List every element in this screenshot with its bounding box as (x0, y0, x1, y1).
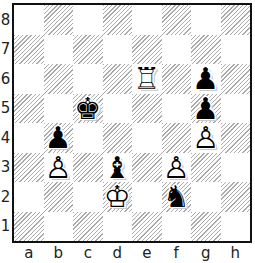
square-g2 (191, 182, 221, 212)
black-knight: ♞ (162, 182, 192, 212)
rank-label-8: 8 (0, 5, 11, 35)
square-b7 (44, 35, 74, 65)
black-king-glyph: ♚ (73, 94, 103, 124)
white-pawn-outline: ♙ (191, 123, 221, 153)
square-h3 (221, 153, 251, 183)
square-a7 (14, 35, 44, 65)
square-e6: ♜♖ (132, 64, 162, 94)
square-h2 (221, 182, 251, 212)
white-rook-outline: ♖ (132, 64, 162, 94)
square-e1 (132, 212, 162, 242)
square-b1 (44, 212, 74, 242)
rank-label-3: 3 (0, 153, 11, 183)
rank-labels: 87654321 (0, 5, 11, 241)
square-h5 (221, 94, 251, 124)
white-king-outline: ♔ (103, 182, 133, 212)
file-label-c: c (73, 243, 103, 262)
square-a4 (14, 123, 44, 153)
file-label-h: h (221, 243, 251, 262)
square-d7 (103, 35, 133, 65)
rank-label-6: 6 (0, 64, 11, 94)
black-pawn: ♟ (191, 64, 221, 94)
board: ♜♖♟♚♟♟♟♙♟♙♝♟♙♚♔♞ (12, 3, 252, 243)
rank-label-4: 4 (0, 123, 11, 153)
square-f7 (162, 35, 192, 65)
file-label-e: e (132, 243, 162, 262)
square-c1 (73, 212, 103, 242)
square-f3: ♟♙ (162, 153, 192, 183)
rank-label-5: 5 (0, 94, 11, 124)
square-b5 (44, 94, 74, 124)
square-e5 (132, 94, 162, 124)
rank-label-1: 1 (0, 212, 11, 242)
square-d3: ♝ (103, 153, 133, 183)
square-g5: ♟ (191, 94, 221, 124)
square-a1 (14, 212, 44, 242)
square-e4 (132, 123, 162, 153)
square-e8 (132, 5, 162, 35)
file-label-g: g (191, 243, 221, 262)
square-a3 (14, 153, 44, 183)
black-pawn: ♟ (44, 123, 74, 153)
file-label-b: b (44, 243, 74, 262)
square-a8 (14, 5, 44, 35)
white-pawn-outline: ♙ (162, 153, 192, 183)
square-h7 (221, 35, 251, 65)
square-h6 (221, 64, 251, 94)
square-e7 (132, 35, 162, 65)
black-pawn-glyph: ♟ (191, 94, 221, 124)
white-pawn: ♟♙ (44, 153, 74, 183)
square-e2 (132, 182, 162, 212)
file-label-a: a (14, 243, 44, 262)
black-bishop: ♝ (103, 153, 133, 183)
square-f4 (162, 123, 192, 153)
black-bishop-glyph: ♝ (103, 153, 133, 183)
square-c8 (73, 5, 103, 35)
square-h4 (221, 123, 251, 153)
square-f6 (162, 64, 192, 94)
square-f8 (162, 5, 192, 35)
square-g8 (191, 5, 221, 35)
white-pawn-outline: ♙ (44, 153, 74, 183)
square-g6: ♟ (191, 64, 221, 94)
square-g7 (191, 35, 221, 65)
file-label-f: f (162, 243, 192, 262)
square-h8 (221, 5, 251, 35)
square-b8 (44, 5, 74, 35)
black-pawn-glyph: ♟ (191, 64, 221, 94)
square-d6 (103, 64, 133, 94)
square-g1 (191, 212, 221, 242)
square-a5 (14, 94, 44, 124)
white-pawn: ♟♙ (162, 153, 192, 183)
square-f2: ♞ (162, 182, 192, 212)
square-g3 (191, 153, 221, 183)
chess-diagram: 87654321 ♜♖♟♚♟♟♟♙♟♙♝♟♙♚♔♞ abcdefgh (0, 0, 255, 263)
rank-label-2: 2 (0, 182, 11, 212)
file-label-d: d (103, 243, 133, 262)
square-d5 (103, 94, 133, 124)
square-d8 (103, 5, 133, 35)
square-d2: ♚♔ (103, 182, 133, 212)
black-knight-glyph: ♞ (162, 182, 192, 212)
white-king: ♚♔ (103, 182, 133, 212)
square-c2 (73, 182, 103, 212)
square-f1 (162, 212, 192, 242)
square-h1 (221, 212, 251, 242)
square-b6 (44, 64, 74, 94)
black-king: ♚ (73, 94, 103, 124)
square-b2 (44, 182, 74, 212)
square-c4 (73, 123, 103, 153)
square-c5: ♚ (73, 94, 103, 124)
square-b4: ♟ (44, 123, 74, 153)
file-labels: abcdefgh (14, 243, 250, 262)
square-a6 (14, 64, 44, 94)
white-rook: ♜♖ (132, 64, 162, 94)
square-b3: ♟♙ (44, 153, 74, 183)
square-c7 (73, 35, 103, 65)
square-g4: ♟♙ (191, 123, 221, 153)
square-d1 (103, 212, 133, 242)
square-d4 (103, 123, 133, 153)
square-c6 (73, 64, 103, 94)
square-a2 (14, 182, 44, 212)
black-pawn-glyph: ♟ (44, 123, 74, 153)
black-pawn: ♟ (191, 94, 221, 124)
square-e3 (132, 153, 162, 183)
square-c3 (73, 153, 103, 183)
rank-label-7: 7 (0, 35, 11, 65)
square-f5 (162, 94, 192, 124)
white-pawn: ♟♙ (191, 123, 221, 153)
